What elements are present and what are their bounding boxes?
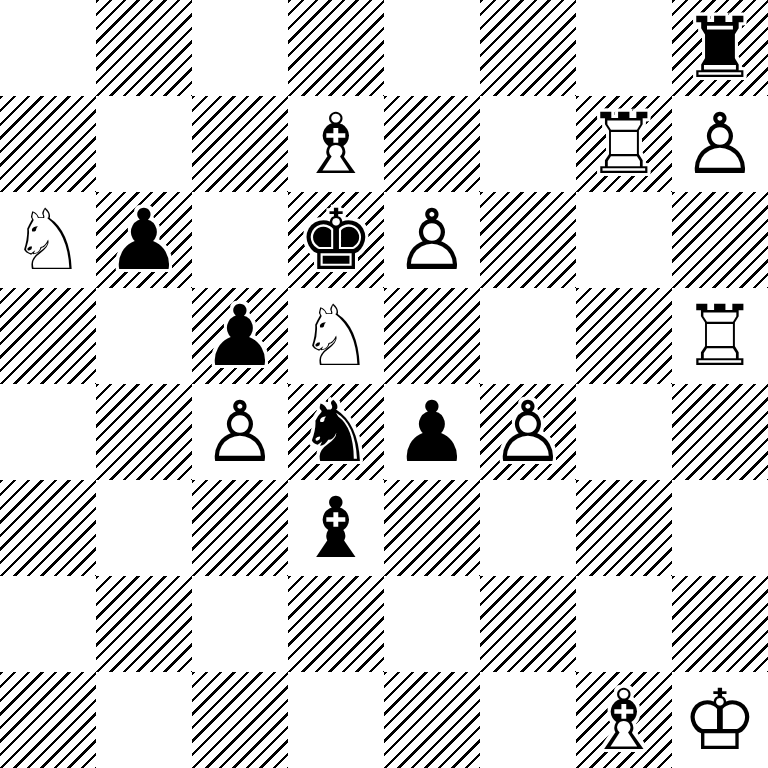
- piece-white-bishop-d7[interactable]: ♝♗: [288, 96, 384, 192]
- square-g8[interactable]: [576, 0, 672, 96]
- square-e6[interactable]: ♟♙: [384, 192, 480, 288]
- piece-black-bishop-d3[interactable]: ♝: [288, 480, 384, 576]
- square-a6[interactable]: ♞♘: [0, 192, 96, 288]
- square-g6[interactable]: [576, 192, 672, 288]
- piece-black-king-d6[interactable]: ♚: [288, 192, 384, 288]
- piece-white-pawn-e6[interactable]: ♟♙: [384, 192, 480, 288]
- piece-white-outline: ♙: [384, 192, 480, 288]
- square-c8[interactable]: [192, 0, 288, 96]
- square-b3[interactable]: [96, 480, 192, 576]
- square-f8[interactable]: [480, 0, 576, 96]
- piece-white-outline: ♘: [288, 288, 384, 384]
- square-d7[interactable]: ♝♗: [288, 96, 384, 192]
- piece-white-knight-d5[interactable]: ♞♘: [288, 288, 384, 384]
- square-h8[interactable]: ♜: [672, 0, 768, 96]
- square-b1[interactable]: [96, 672, 192, 768]
- piece-white-outline: ♖: [672, 288, 768, 384]
- square-e8[interactable]: [384, 0, 480, 96]
- square-a2[interactable]: [0, 576, 96, 672]
- piece-white-outline: ♙: [672, 96, 768, 192]
- piece-black-pawn-e4[interactable]: ♟: [384, 384, 480, 480]
- piece-black-pawn-c5[interactable]: ♟: [192, 288, 288, 384]
- square-c5[interactable]: ♟: [192, 288, 288, 384]
- square-b5[interactable]: [96, 288, 192, 384]
- square-f5[interactable]: [480, 288, 576, 384]
- square-e4[interactable]: ♟: [384, 384, 480, 480]
- square-d2[interactable]: [288, 576, 384, 672]
- square-g5[interactable]: [576, 288, 672, 384]
- square-f1[interactable]: [480, 672, 576, 768]
- square-f4[interactable]: ♟♙: [480, 384, 576, 480]
- square-d8[interactable]: [288, 0, 384, 96]
- square-h4[interactable]: [672, 384, 768, 480]
- square-b6[interactable]: ♟: [96, 192, 192, 288]
- piece-white-outline: ♙: [192, 384, 288, 480]
- square-h2[interactable]: [672, 576, 768, 672]
- square-d4[interactable]: ♞: [288, 384, 384, 480]
- square-d5[interactable]: ♞♘: [288, 288, 384, 384]
- piece-black-knight-d4[interactable]: ♞: [288, 384, 384, 480]
- square-h7[interactable]: ♟♙: [672, 96, 768, 192]
- piece-white-rook-g7[interactable]: ♜♖: [576, 96, 672, 192]
- square-b4[interactable]: [96, 384, 192, 480]
- piece-white-pawn-c4[interactable]: ♟♙: [192, 384, 288, 480]
- piece-white-outline: ♘: [0, 192, 96, 288]
- square-a5[interactable]: [0, 288, 96, 384]
- piece-white-outline: ♔: [672, 672, 768, 768]
- square-g4[interactable]: [576, 384, 672, 480]
- piece-white-outline: ♗: [576, 672, 672, 768]
- square-d3[interactable]: ♝: [288, 480, 384, 576]
- piece-white-outline: ♗: [288, 96, 384, 192]
- square-e5[interactable]: [384, 288, 480, 384]
- chess-board: ♜♝♗♜♖♟♙♞♘♟♚♟♙♟♞♘♜♖♟♙♞♟♟♙♝♝♗♚♔: [0, 0, 768, 768]
- square-c1[interactable]: [192, 672, 288, 768]
- square-c4[interactable]: ♟♙: [192, 384, 288, 480]
- square-f7[interactable]: [480, 96, 576, 192]
- square-g7[interactable]: ♜♖: [576, 96, 672, 192]
- square-a3[interactable]: [0, 480, 96, 576]
- square-d6[interactable]: ♚: [288, 192, 384, 288]
- square-h3[interactable]: [672, 480, 768, 576]
- square-g1[interactable]: ♝♗: [576, 672, 672, 768]
- piece-white-bishop-g1[interactable]: ♝♗: [576, 672, 672, 768]
- square-a1[interactable]: [0, 672, 96, 768]
- square-e2[interactable]: [384, 576, 480, 672]
- square-e7[interactable]: [384, 96, 480, 192]
- square-b7[interactable]: [96, 96, 192, 192]
- square-f2[interactable]: [480, 576, 576, 672]
- square-d1[interactable]: [288, 672, 384, 768]
- square-c6[interactable]: [192, 192, 288, 288]
- square-b8[interactable]: [96, 0, 192, 96]
- piece-white-rook-h5[interactable]: ♜♖: [672, 288, 768, 384]
- square-e1[interactable]: [384, 672, 480, 768]
- square-f3[interactable]: [480, 480, 576, 576]
- square-a8[interactable]: [0, 0, 96, 96]
- square-b2[interactable]: [96, 576, 192, 672]
- piece-white-pawn-f4[interactable]: ♟♙: [480, 384, 576, 480]
- piece-black-rook-h8[interactable]: ♜: [672, 0, 768, 96]
- square-c2[interactable]: [192, 576, 288, 672]
- square-c7[interactable]: [192, 96, 288, 192]
- square-h6[interactable]: [672, 192, 768, 288]
- piece-white-pawn-h7[interactable]: ♟♙: [672, 96, 768, 192]
- square-a4[interactable]: [0, 384, 96, 480]
- piece-black-pawn-b6[interactable]: ♟: [96, 192, 192, 288]
- square-h1[interactable]: ♚♔: [672, 672, 768, 768]
- square-c3[interactable]: [192, 480, 288, 576]
- square-a7[interactable]: [0, 96, 96, 192]
- square-h5[interactable]: ♜♖: [672, 288, 768, 384]
- piece-white-king-h1[interactable]: ♚♔: [672, 672, 768, 768]
- piece-white-outline: ♙: [480, 384, 576, 480]
- square-f6[interactable]: [480, 192, 576, 288]
- piece-white-outline: ♖: [576, 96, 672, 192]
- square-g3[interactable]: [576, 480, 672, 576]
- piece-white-knight-a6[interactable]: ♞♘: [0, 192, 96, 288]
- square-e3[interactable]: [384, 480, 480, 576]
- square-g2[interactable]: [576, 576, 672, 672]
